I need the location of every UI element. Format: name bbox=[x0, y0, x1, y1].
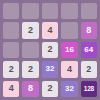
tile-16: 16 bbox=[61, 42, 77, 58]
empty-cell bbox=[3, 42, 19, 58]
empty-cell bbox=[61, 22, 77, 38]
tile-4: 4 bbox=[3, 81, 19, 97]
empty-cell bbox=[3, 3, 19, 19]
tile-2: 2 bbox=[42, 42, 58, 58]
tile-2: 2 bbox=[81, 61, 97, 77]
tile-4: 4 bbox=[42, 22, 58, 38]
empty-cell bbox=[22, 3, 38, 19]
empty-cell bbox=[22, 42, 38, 58]
board-2048[interactable]: 2482166422324248232128 bbox=[0, 0, 100, 100]
tile-32: 32 bbox=[42, 61, 58, 77]
empty-cell bbox=[81, 3, 97, 19]
empty-cell bbox=[42, 3, 58, 19]
tile-2: 2 bbox=[42, 81, 58, 97]
tile-4: 4 bbox=[61, 61, 77, 77]
tile-2: 2 bbox=[22, 22, 38, 38]
empty-cell bbox=[61, 3, 77, 19]
tile-2: 2 bbox=[3, 61, 19, 77]
tile-64: 64 bbox=[81, 42, 97, 58]
tile-128: 128 bbox=[81, 81, 97, 97]
tile-32: 32 bbox=[61, 81, 77, 97]
empty-cell bbox=[3, 22, 19, 38]
tile-8: 8 bbox=[81, 22, 97, 38]
tile-2: 2 bbox=[22, 61, 38, 77]
tile-8: 8 bbox=[22, 81, 38, 97]
